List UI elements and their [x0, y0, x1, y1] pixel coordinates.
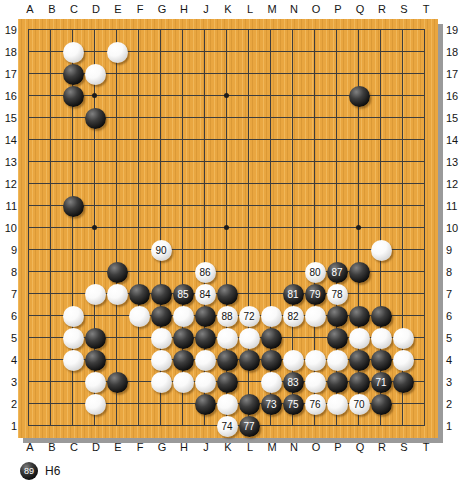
board-intersection[interactable]	[62, 151, 84, 173]
board-intersection[interactable]	[150, 41, 172, 63]
board-intersection[interactable]	[194, 107, 216, 129]
board-intersection[interactable]	[326, 41, 348, 63]
board-intersection[interactable]	[18, 217, 40, 239]
board-intersection[interactable]	[348, 129, 370, 151]
board-intersection[interactable]	[216, 261, 238, 283]
board-intersection[interactable]	[216, 129, 238, 151]
board-intersection[interactable]	[194, 349, 216, 371]
board-intersection[interactable]	[348, 195, 370, 217]
board-intersection[interactable]	[18, 85, 40, 107]
board-intersection[interactable]	[370, 393, 392, 415]
board-intersection[interactable]	[128, 217, 150, 239]
board-intersection[interactable]	[392, 349, 414, 371]
board-intersection[interactable]	[326, 305, 348, 327]
board-intersection[interactable]	[216, 327, 238, 349]
board-intersection[interactable]	[414, 195, 436, 217]
board-intersection[interactable]	[326, 173, 348, 195]
board-intersection[interactable]	[128, 239, 150, 261]
board-intersection[interactable]	[40, 415, 62, 437]
board-intersection[interactable]	[62, 393, 84, 415]
board-intersection[interactable]	[260, 415, 282, 437]
board-intersection[interactable]	[370, 283, 392, 305]
board-intersection[interactable]	[282, 41, 304, 63]
board-intersection[interactable]	[414, 371, 436, 393]
board-intersection[interactable]	[326, 107, 348, 129]
board-intersection[interactable]	[392, 173, 414, 195]
board-intersection[interactable]	[84, 173, 106, 195]
board-intersection[interactable]	[304, 107, 326, 129]
board-intersection[interactable]	[348, 19, 370, 41]
board-intersection[interactable]	[150, 173, 172, 195]
board-intersection[interactable]	[348, 173, 370, 195]
board-intersection[interactable]	[326, 63, 348, 85]
board-intersection[interactable]	[216, 107, 238, 129]
board-intersection[interactable]	[392, 63, 414, 85]
board-intersection[interactable]	[40, 261, 62, 283]
board-intersection[interactable]	[18, 261, 40, 283]
board-intersection[interactable]: 83	[282, 371, 304, 393]
board-intersection[interactable]	[84, 85, 106, 107]
board-intersection[interactable]	[84, 129, 106, 151]
board-intersection[interactable]	[392, 305, 414, 327]
board-intersection[interactable]	[414, 107, 436, 129]
board-intersection[interactable]: 87	[326, 261, 348, 283]
board-intersection[interactable]	[238, 261, 260, 283]
board-intersection[interactable]	[348, 371, 370, 393]
board-intersection[interactable]	[216, 41, 238, 63]
board-intersection[interactable]	[414, 415, 436, 437]
board-intersection[interactable]	[106, 327, 128, 349]
board-intersection[interactable]	[106, 85, 128, 107]
board-intersection[interactable]	[238, 41, 260, 63]
board-intersection[interactable]	[282, 217, 304, 239]
board-intersection[interactable]	[150, 85, 172, 107]
board-intersection[interactable]	[260, 305, 282, 327]
board-intersection[interactable]	[414, 217, 436, 239]
board-intersection[interactable]	[106, 305, 128, 327]
board-intersection[interactable]	[260, 217, 282, 239]
board-intersection[interactable]	[282, 261, 304, 283]
board-intersection[interactable]	[304, 371, 326, 393]
board-intersection[interactable]	[106, 393, 128, 415]
board-intersection[interactable]: 74	[216, 415, 238, 437]
board-intersection[interactable]	[238, 107, 260, 129]
board-intersection[interactable]	[106, 217, 128, 239]
board-intersection[interactable]	[238, 63, 260, 85]
board-intersection[interactable]	[216, 85, 238, 107]
board-intersection[interactable]	[304, 415, 326, 437]
board-intersection[interactable]	[194, 195, 216, 217]
board-intersection[interactable]	[18, 371, 40, 393]
board-intersection[interactable]	[392, 217, 414, 239]
board-intersection[interactable]	[128, 63, 150, 85]
board-intersection[interactable]	[62, 327, 84, 349]
board-intersection[interactable]	[282, 107, 304, 129]
board-intersection[interactable]	[370, 41, 392, 63]
board-intersection[interactable]	[128, 173, 150, 195]
board-intersection[interactable]	[304, 85, 326, 107]
board-intersection[interactable]	[18, 63, 40, 85]
board-intersection[interactable]	[282, 19, 304, 41]
board-intersection[interactable]	[172, 393, 194, 415]
board-intersection[interactable]	[84, 261, 106, 283]
board-intersection[interactable]	[392, 107, 414, 129]
board-intersection[interactable]	[172, 107, 194, 129]
board-intersection[interactable]	[260, 151, 282, 173]
board-intersection[interactable]	[216, 349, 238, 371]
board-intersection[interactable]	[18, 41, 40, 63]
board-intersection[interactable]	[238, 327, 260, 349]
board-intersection[interactable]	[304, 195, 326, 217]
board-intersection[interactable]	[370, 415, 392, 437]
board-intersection[interactable]	[150, 195, 172, 217]
board-intersection[interactable]	[304, 305, 326, 327]
board-intersection[interactable]	[84, 19, 106, 41]
board-intersection[interactable]	[392, 151, 414, 173]
board-intersection[interactable]	[370, 261, 392, 283]
board-intersection[interactable]	[194, 305, 216, 327]
board-intersection[interactable]	[18, 327, 40, 349]
board-intersection[interactable]	[304, 239, 326, 261]
board-intersection[interactable]	[370, 19, 392, 41]
board-intersection[interactable]	[326, 415, 348, 437]
board-intersection[interactable]	[414, 349, 436, 371]
board-intersection[interactable]	[216, 283, 238, 305]
board-intersection[interactable]	[216, 151, 238, 173]
board-intersection[interactable]	[84, 151, 106, 173]
board-intersection[interactable]	[304, 41, 326, 63]
board-intersection[interactable]	[260, 371, 282, 393]
board-intersection[interactable]	[370, 85, 392, 107]
board-intersection[interactable]	[84, 283, 106, 305]
board-intersection[interactable]	[62, 173, 84, 195]
board-intersection[interactable]	[150, 63, 172, 85]
board-intersection[interactable]	[128, 195, 150, 217]
board-intersection[interactable]	[282, 173, 304, 195]
board-intersection[interactable]	[370, 129, 392, 151]
board-intersection[interactable]	[128, 283, 150, 305]
board-intersection[interactable]	[326, 239, 348, 261]
board-intersection[interactable]: 75	[282, 393, 304, 415]
board-intersection[interactable]	[18, 107, 40, 129]
board-intersection[interactable]	[172, 129, 194, 151]
board-intersection[interactable]	[194, 63, 216, 85]
board-intersection[interactable]	[128, 349, 150, 371]
board-intersection[interactable]	[282, 327, 304, 349]
board-intersection[interactable]: 77	[238, 415, 260, 437]
board-intersection[interactable]	[18, 349, 40, 371]
board-intersection[interactable]	[392, 261, 414, 283]
board-intersection[interactable]	[150, 371, 172, 393]
board-intersection[interactable]	[84, 415, 106, 437]
board-intersection[interactable]	[150, 415, 172, 437]
board-intersection[interactable]	[40, 371, 62, 393]
board-intersection[interactable]	[194, 151, 216, 173]
board-intersection[interactable]	[304, 173, 326, 195]
board-intersection[interactable]	[62, 217, 84, 239]
board-intersection[interactable]	[40, 107, 62, 129]
board-intersection[interactable]	[238, 371, 260, 393]
board-intersection[interactable]	[414, 261, 436, 283]
board-intersection[interactable]	[326, 327, 348, 349]
board-intersection[interactable]: 70	[348, 393, 370, 415]
board-intersection[interactable]	[392, 415, 414, 437]
board-intersection[interactable]	[194, 129, 216, 151]
board-intersection[interactable]	[84, 327, 106, 349]
board-intersection[interactable]	[106, 129, 128, 151]
board-intersection[interactable]	[304, 19, 326, 41]
board-intersection[interactable]	[62, 415, 84, 437]
board-intersection[interactable]: 84	[194, 283, 216, 305]
board-intersection[interactable]	[150, 217, 172, 239]
board-intersection[interactable]	[62, 305, 84, 327]
board-intersection[interactable]	[84, 41, 106, 63]
board-intersection[interactable]	[194, 371, 216, 393]
board-intersection[interactable]	[414, 283, 436, 305]
board-intersection[interactable]	[260, 85, 282, 107]
board-intersection[interactable]	[84, 107, 106, 129]
board-intersection[interactable]	[128, 327, 150, 349]
board-intersection[interactable]	[194, 217, 216, 239]
board-intersection[interactable]	[172, 349, 194, 371]
board-intersection[interactable]	[194, 327, 216, 349]
board-intersection[interactable]	[326, 217, 348, 239]
board-intersection[interactable]	[348, 63, 370, 85]
board-intersection[interactable]	[106, 261, 128, 283]
board-intersection[interactable]	[414, 327, 436, 349]
board-intersection[interactable]	[370, 63, 392, 85]
board-intersection[interactable]: 90	[150, 239, 172, 261]
board-intersection[interactable]	[392, 371, 414, 393]
board-intersection[interactable]	[128, 393, 150, 415]
board-intersection[interactable]	[238, 195, 260, 217]
board-intersection[interactable]	[172, 41, 194, 63]
board-intersection[interactable]	[260, 349, 282, 371]
board-intersection[interactable]	[304, 63, 326, 85]
board-intersection[interactable]	[62, 19, 84, 41]
board-intersection[interactable]	[216, 217, 238, 239]
board-intersection[interactable]	[194, 19, 216, 41]
board-intersection[interactable]	[348, 283, 370, 305]
board-intersection[interactable]	[260, 41, 282, 63]
board-intersection[interactable]	[128, 19, 150, 41]
board-intersection[interactable]	[216, 19, 238, 41]
board-intersection[interactable]	[260, 283, 282, 305]
board-intersection[interactable]	[150, 151, 172, 173]
board-intersection[interactable]	[84, 305, 106, 327]
board-intersection[interactable]	[282, 239, 304, 261]
board-intersection[interactable]	[106, 151, 128, 173]
board-intersection[interactable]	[414, 129, 436, 151]
board-intersection[interactable]	[84, 349, 106, 371]
board-intersection[interactable]	[40, 283, 62, 305]
board-intersection[interactable]	[392, 239, 414, 261]
board-intersection[interactable]	[150, 107, 172, 129]
board-intersection[interactable]	[18, 19, 40, 41]
board-intersection[interactable]	[216, 63, 238, 85]
board-intersection[interactable]: 86	[194, 261, 216, 283]
board-intersection[interactable]	[172, 239, 194, 261]
board-intersection[interactable]	[392, 129, 414, 151]
board-intersection[interactable]	[260, 63, 282, 85]
board-intersection[interactable]	[326, 371, 348, 393]
board-intersection[interactable]	[172, 63, 194, 85]
board-intersection[interactable]	[106, 239, 128, 261]
board-intersection[interactable]	[348, 261, 370, 283]
board-intersection[interactable]	[40, 63, 62, 85]
board-intersection[interactable]	[326, 85, 348, 107]
board-intersection[interactable]	[326, 195, 348, 217]
board-intersection[interactable]	[18, 393, 40, 415]
board-intersection[interactable]	[414, 19, 436, 41]
board-intersection[interactable]	[348, 349, 370, 371]
board-intersection[interactable]	[150, 327, 172, 349]
board-intersection[interactable]	[216, 195, 238, 217]
board-intersection[interactable]	[392, 19, 414, 41]
board-intersection[interactable]: 85	[172, 283, 194, 305]
board-intersection[interactable]	[106, 173, 128, 195]
board-intersection[interactable]	[106, 195, 128, 217]
board-intersection[interactable]	[238, 173, 260, 195]
board-intersection[interactable]	[128, 415, 150, 437]
board-intersection[interactable]	[414, 305, 436, 327]
board-intersection[interactable]	[172, 85, 194, 107]
board-intersection[interactable]	[172, 415, 194, 437]
board-intersection[interactable]	[194, 41, 216, 63]
board-intersection[interactable]	[260, 261, 282, 283]
board-intersection[interactable]	[194, 239, 216, 261]
board-intersection[interactable]	[304, 327, 326, 349]
board-intersection[interactable]	[260, 19, 282, 41]
board-intersection[interactable]	[238, 217, 260, 239]
board-intersection[interactable]	[106, 107, 128, 129]
board-intersection[interactable]	[150, 305, 172, 327]
board-intersection[interactable]	[62, 283, 84, 305]
board-intersection[interactable]	[348, 107, 370, 129]
board-intersection[interactable]	[216, 239, 238, 261]
board-intersection[interactable]	[238, 239, 260, 261]
board-intersection[interactable]	[348, 41, 370, 63]
board-intersection[interactable]	[414, 173, 436, 195]
board-intersection[interactable]	[172, 305, 194, 327]
board-intersection[interactable]: 81	[282, 283, 304, 305]
board-intersection[interactable]	[370, 239, 392, 261]
board-intersection[interactable]	[370, 173, 392, 195]
board-intersection[interactable]	[172, 217, 194, 239]
board-intersection[interactable]	[106, 63, 128, 85]
board-intersection[interactable]	[304, 217, 326, 239]
board-intersection[interactable]	[238, 151, 260, 173]
board-intersection[interactable]	[128, 305, 150, 327]
board-intersection[interactable]	[150, 129, 172, 151]
board-intersection[interactable]	[84, 63, 106, 85]
board-intersection[interactable]	[172, 151, 194, 173]
board-intersection[interactable]	[238, 283, 260, 305]
board-intersection[interactable]	[150, 349, 172, 371]
board-intersection[interactable]	[326, 349, 348, 371]
board-intersection[interactable]	[40, 151, 62, 173]
board-intersection[interactable]	[106, 371, 128, 393]
board-intersection[interactable]	[414, 239, 436, 261]
board-intersection[interactable]	[238, 393, 260, 415]
board-intersection[interactable]	[40, 195, 62, 217]
board-intersection[interactable]	[106, 415, 128, 437]
board-intersection[interactable]	[282, 63, 304, 85]
board-intersection[interactable]	[62, 41, 84, 63]
board-intersection[interactable]	[62, 261, 84, 283]
board-intersection[interactable]	[348, 305, 370, 327]
board-intersection[interactable]	[62, 349, 84, 371]
board-intersection[interactable]	[260, 195, 282, 217]
board-intersection[interactable]	[18, 415, 40, 437]
board-intersection[interactable]	[370, 327, 392, 349]
board-intersection[interactable]	[304, 349, 326, 371]
board-intersection[interactable]	[128, 85, 150, 107]
board-intersection[interactable]	[260, 107, 282, 129]
board-intersection[interactable]	[414, 85, 436, 107]
board-intersection[interactable]	[370, 305, 392, 327]
board-intersection[interactable]	[106, 283, 128, 305]
board-intersection[interactable]	[128, 129, 150, 151]
board-intersection[interactable]	[150, 261, 172, 283]
board-intersection[interactable]	[216, 173, 238, 195]
board-intersection[interactable]	[106, 41, 128, 63]
board-intersection[interactable]	[414, 393, 436, 415]
board-intersection[interactable]	[238, 349, 260, 371]
board-intersection[interactable]	[194, 393, 216, 415]
board-intersection[interactable]	[128, 371, 150, 393]
board-intersection[interactable]	[128, 41, 150, 63]
board-intersection[interactable]	[84, 217, 106, 239]
board-intersection[interactable]	[18, 195, 40, 217]
board-intersection[interactable]	[172, 173, 194, 195]
board-intersection[interactable]	[238, 129, 260, 151]
board-intersection[interactable]	[128, 261, 150, 283]
board-intersection[interactable]	[348, 85, 370, 107]
board-intersection[interactable]	[106, 349, 128, 371]
board-intersection[interactable]	[282, 195, 304, 217]
board-intersection[interactable]	[392, 327, 414, 349]
board-intersection[interactable]	[172, 371, 194, 393]
board-intersection[interactable]	[40, 327, 62, 349]
board-intersection[interactable]	[18, 129, 40, 151]
board-intersection[interactable]: 82	[282, 305, 304, 327]
board-intersection[interactable]	[414, 63, 436, 85]
board-intersection[interactable]	[370, 107, 392, 129]
board-intersection[interactable]	[172, 19, 194, 41]
board-intersection[interactable]	[216, 371, 238, 393]
board-intersection[interactable]	[260, 239, 282, 261]
board-intersection[interactable]	[260, 327, 282, 349]
board-intersection[interactable]	[414, 151, 436, 173]
board-intersection[interactable]	[370, 217, 392, 239]
board-intersection[interactable]	[18, 239, 40, 261]
board-intersection[interactable]	[18, 305, 40, 327]
board-intersection[interactable]	[414, 41, 436, 63]
board-intersection[interactable]	[62, 63, 84, 85]
board-intersection[interactable]	[216, 393, 238, 415]
board-intersection[interactable]	[128, 107, 150, 129]
board-intersection[interactable]	[392, 85, 414, 107]
board-intersection[interactable]	[282, 129, 304, 151]
board-intersection[interactable]	[150, 393, 172, 415]
board-intersection[interactable]	[40, 305, 62, 327]
board-intersection[interactable]	[370, 195, 392, 217]
board-intersection[interactable]	[370, 349, 392, 371]
board-intersection[interactable]	[18, 173, 40, 195]
board-intersection[interactable]: 72	[238, 305, 260, 327]
board-intersection[interactable]	[282, 85, 304, 107]
